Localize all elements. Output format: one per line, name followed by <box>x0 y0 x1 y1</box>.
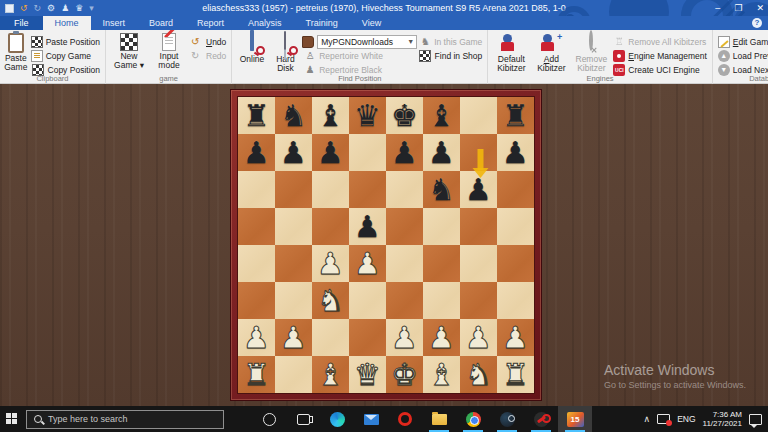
square-f2[interactable]: ♟ <box>423 319 460 356</box>
minimize-button[interactable]: – <box>715 0 720 16</box>
square-g8[interactable] <box>460 97 497 134</box>
square-h7[interactable]: ♟ <box>497 134 534 171</box>
clipboard-icon <box>8 33 24 53</box>
new-game-button[interactable]: New Game ▾ <box>109 32 149 74</box>
square-f3[interactable] <box>423 282 460 319</box>
square-f1[interactable]: ♝ <box>423 356 460 393</box>
white-pawn-piece[interactable]: ♟ <box>349 245 386 282</box>
action-center-icon[interactable] <box>749 414 762 425</box>
chevron-down-icon: ▼ <box>407 38 414 45</box>
square-b8[interactable]: ♞ <box>275 97 312 134</box>
white-bishop-piece[interactable]: ♝ <box>312 356 349 393</box>
square-c5[interactable] <box>312 208 349 245</box>
in-this-game-label: In this Game <box>434 37 482 47</box>
square-d6[interactable] <box>349 171 386 208</box>
app-window: ↺ ↻ ⚙ ♟ ♛ ▾ eliaschess333 (1957) - petre… <box>0 0 768 432</box>
white-queen-piece[interactable]: ♛ <box>349 356 386 393</box>
in-this-game-button[interactable]: ♞ In this Game <box>417 35 484 48</box>
in-game-search-icon: ♞ <box>419 36 431 48</box>
repertoire-white-label: Repertoire White <box>319 51 383 61</box>
square-d5[interactable]: ♟ <box>349 208 386 245</box>
square-a4[interactable] <box>238 245 275 282</box>
system-tray: ∧ ENG 7:36 AM 11/27/2021 <box>644 406 768 432</box>
square-g4[interactable] <box>460 245 497 282</box>
black-pawn-piece[interactable]: ♟ <box>423 134 460 171</box>
chrome-icon <box>466 412 481 427</box>
taskbar: Type here to search 15 ∧ ENG 7:36 AM 11/… <box>0 406 768 432</box>
tab-file[interactable]: File <box>0 16 43 30</box>
square-d1[interactable]: ♛ <box>349 356 386 393</box>
undo-icon: ↺ <box>191 36 203 48</box>
tab-home[interactable]: Home <box>43 16 91 30</box>
file-explorer-button[interactable] <box>422 406 456 432</box>
square-h2[interactable]: ♟ <box>497 319 534 356</box>
page-icon <box>31 50 43 62</box>
remove-all-icon: ♖ <box>613 36 625 48</box>
square-c8[interactable]: ♝ <box>312 97 349 134</box>
chrome-button[interactable] <box>456 406 490 432</box>
square-d8[interactable]: ♛ <box>349 97 386 134</box>
square-f5[interactable] <box>423 208 460 245</box>
tab-insert[interactable]: Insert <box>91 16 138 30</box>
square-b6[interactable] <box>275 171 312 208</box>
square-e8[interactable]: ♚ <box>386 97 423 134</box>
tab-report[interactable]: Report <box>185 16 236 30</box>
square-h1[interactable]: ♜ <box>497 356 534 393</box>
chessbase-15-icon: 15 <box>567 412 584 427</box>
square-f7[interactable]: ♟ <box>423 134 460 171</box>
remove-kibitzer-label: Remove Kibitzer <box>571 55 611 73</box>
edit-pencil-icon <box>718 36 730 48</box>
white-pawn-piece[interactable]: ♟ <box>497 319 534 356</box>
ribbon-group-clipboard: Paste Game Paste Position Copy Game Copy… <box>0 30 106 84</box>
checkerboard-icon <box>120 33 138 51</box>
group-title-game: game <box>106 74 231 83</box>
close-button[interactable]: ✕ <box>756 0 764 16</box>
remove-all-kibitzers-button[interactable]: ♖ Remove All Kibitzers <box>611 35 708 48</box>
undo-label: Undo <box>206 37 226 47</box>
remove-kibitzer-button[interactable]: Remove Kibitzer <box>571 32 611 74</box>
find-in-shop-button[interactable]: Find in Shop <box>417 49 484 62</box>
redo-label: Redo <box>206 51 226 61</box>
tab-board[interactable]: Board <box>137 16 185 30</box>
opera-icon <box>398 412 412 426</box>
chessbase-15-button[interactable]: 15 <box>558 406 592 432</box>
create-uci-label: Create UCI Engine <box>628 65 699 75</box>
white-pawn-piece[interactable]: ♟ <box>238 319 275 356</box>
white-pawn-piece[interactable]: ♟ <box>312 245 349 282</box>
square-g2[interactable]: ♟ <box>460 319 497 356</box>
steam-button[interactable] <box>490 406 524 432</box>
cortana-icon <box>263 413 276 426</box>
square-g5[interactable] <box>460 208 497 245</box>
folder-icon <box>432 414 447 425</box>
add-kibitzer-button[interactable]: + Add Kibitzer <box>531 32 571 74</box>
clock[interactable]: 7:36 AM 11/27/2021 <box>703 410 742 428</box>
black-queen-piece[interactable]: ♛ <box>349 97 386 134</box>
board-squares[interactable]: ♜♞♝♛♚♝♜♟♟♟♟♟♟♞♟♟♟♟♞♟♟♟♟♟♟♜♝♛♚♝♞♜ <box>238 97 534 393</box>
black-bishop-piece[interactable]: ♝ <box>312 97 349 134</box>
board-background: ♜♞♝♛♚♝♜♟♟♟♟♟♟♞♟♟♟♟♞♟♟♟♟♟♟♜♝♛♚♝♞♜ Activat… <box>0 84 768 406</box>
chess-board[interactable]: ♜♞♝♛♚♝♜♟♟♟♟♟♟♞♟♟♟♟♞♟♟♟♟♟♟♜♝♛♚♝♞♜ <box>230 89 542 401</box>
group-title-engines: Engines <box>488 74 711 83</box>
watermark-line1: Activate Windows <box>604 362 746 378</box>
task-view-icon <box>297 414 310 425</box>
new-game-label: New Game ▾ <box>109 52 149 70</box>
activate-windows-watermark: Activate Windows Go to Settings to activ… <box>604 362 746 390</box>
square-d4[interactable]: ♟ <box>349 245 386 282</box>
language-indicator[interactable]: ENG <box>677 414 695 424</box>
load-next-label: Load Next Game <box>733 65 768 75</box>
black-knight-piece[interactable]: ♞ <box>423 171 460 208</box>
square-e1[interactable]: ♚ <box>386 356 423 393</box>
square-f4[interactable] <box>423 245 460 282</box>
square-a6[interactable] <box>238 171 275 208</box>
edit-game-data-label: Edit Game Data <box>733 37 768 47</box>
load-previous-label: Load Previous Game <box>733 51 768 61</box>
white-knight-piece[interactable]: ♞ <box>460 356 497 393</box>
square-c7[interactable]: ♟ <box>312 134 349 171</box>
watermark-line2: Go to Settings to activate Windows. <box>604 380 746 390</box>
find-in-shop-label: Find in Shop <box>435 51 483 61</box>
black-pawn-piece[interactable]: ♟ <box>460 171 497 208</box>
window-controls: – ❐ ✕ <box>715 0 764 16</box>
redo-button[interactable]: ↻ Redo <box>189 49 228 62</box>
previous-arrow-icon: ▲ <box>718 50 730 62</box>
ribbon-group-database: Edit Game Data ▲ Load Previous Game ▼ Lo… <box>713 30 768 84</box>
square-a2[interactable]: ♟ <box>238 319 275 356</box>
black-rook-piece[interactable]: ♜ <box>497 97 534 134</box>
add-kibitzer-icon: + <box>539 32 563 54</box>
group-title-clipboard: Clipboard <box>0 74 105 83</box>
square-h8[interactable]: ♜ <box>497 97 534 134</box>
black-pawn-piece[interactable]: ♟ <box>497 134 534 171</box>
square-b2[interactable]: ♟ <box>275 319 312 356</box>
undo-button[interactable]: ↺ Undo <box>189 35 228 48</box>
white-pawn-piece[interactable]: ♟ <box>275 319 312 356</box>
square-d7[interactable] <box>349 134 386 171</box>
square-a8[interactable]: ♜ <box>238 97 275 134</box>
white-pawn-piece[interactable]: ♟ <box>386 319 423 356</box>
input-mode-button[interactable]: Input mode <box>149 32 189 74</box>
square-d2[interactable] <box>349 319 386 356</box>
remove-all-label: Remove All Kibitzers <box>628 37 706 47</box>
white-pawn-piece[interactable]: ♟ <box>423 319 460 356</box>
white-rook-piece[interactable]: ♜ <box>238 356 275 393</box>
input-mode-label: Input mode <box>149 52 189 70</box>
cortana-button[interactable] <box>252 406 286 432</box>
online-button[interactable]: Online <box>235 32 268 74</box>
group-title-database: Database <box>713 74 768 83</box>
reference-db-combo[interactable]: MyPGNDownloads▼ <box>302 35 417 48</box>
square-g6[interactable]: ♟ <box>460 171 497 208</box>
black-pawn-piece[interactable]: ♟ <box>312 134 349 171</box>
square-a5[interactable] <box>238 208 275 245</box>
white-bishop-piece[interactable]: ♝ <box>423 356 460 393</box>
edit-game-data-button[interactable]: Edit Game Data <box>716 35 768 48</box>
black-pawn-piece[interactable]: ♟ <box>238 134 275 171</box>
black-pawn-piece[interactable]: ♟ <box>349 208 386 245</box>
ribbon: Paste Game Paste Position Copy Game Copy… <box>0 30 768 84</box>
square-c2[interactable] <box>312 319 349 356</box>
tab-training[interactable]: Training <box>294 16 350 30</box>
square-c6[interactable] <box>312 171 349 208</box>
square-h3[interactable] <box>497 282 534 319</box>
title-bar: ↺ ↻ ⚙ ♟ ♛ ▾ eliaschess333 (1957) - petre… <box>0 0 768 16</box>
key-app-icon <box>534 412 549 427</box>
taskbar-apps: 15 <box>252 406 592 432</box>
square-e4[interactable] <box>386 245 423 282</box>
copy-game-label: Copy Game <box>46 51 91 61</box>
key-app-button[interactable] <box>524 406 558 432</box>
paste-game-button[interactable]: Paste Game <box>3 32 29 74</box>
square-a1[interactable]: ♜ <box>238 356 275 393</box>
square-e3[interactable] <box>386 282 423 319</box>
black-knight-piece[interactable]: ♞ <box>275 97 312 134</box>
default-kibitzer-button[interactable]: Default Kibitzer <box>491 32 531 74</box>
copy-game-button[interactable]: Copy Game <box>29 49 102 62</box>
repertoire-white-button[interactable]: ♙ Repertoire White <box>302 49 417 62</box>
edge-button[interactable] <box>320 406 354 432</box>
square-d3[interactable] <box>349 282 386 319</box>
shop-board-icon <box>419 50 431 62</box>
hard-disk-label: Hard Disk <box>269 55 302 73</box>
tab-analysis[interactable]: Analysis <box>236 16 294 30</box>
black-king-piece[interactable]: ♚ <box>386 97 423 134</box>
tray-date: 11/27/2021 <box>703 419 742 428</box>
board-icon <box>31 36 43 48</box>
paste-game-label: Paste Game <box>3 54 29 72</box>
square-h6[interactable] <box>497 171 534 208</box>
opera-button[interactable] <box>388 406 422 432</box>
square-e7[interactable]: ♟ <box>386 134 423 171</box>
black-pawn-piece[interactable]: ♟ <box>275 134 312 171</box>
help-icon[interactable]: ? <box>752 18 762 28</box>
steam-icon <box>500 412 515 427</box>
square-g3[interactable] <box>460 282 497 319</box>
maximize-button[interactable]: ❐ <box>734 0 742 16</box>
add-kibitzer-label: Add Kibitzer <box>531 55 571 73</box>
square-g7[interactable] <box>460 134 497 171</box>
search-icon <box>34 415 42 423</box>
black-pawn-piece[interactable]: ♟ <box>386 134 423 171</box>
white-king-piece[interactable]: ♚ <box>386 356 423 393</box>
square-b5[interactable] <box>275 208 312 245</box>
pencil-page-icon <box>162 33 176 51</box>
square-f8[interactable]: ♝ <box>423 97 460 134</box>
ribbon-tab-row: File Home Insert Board Report Analysis T… <box>0 16 768 30</box>
white-rook-piece[interactable]: ♜ <box>497 356 534 393</box>
search-placeholder: Type here to search <box>48 414 128 424</box>
chevron-down-icon: ▾ <box>140 60 144 70</box>
white-knight-piece[interactable]: ♞ <box>312 282 349 319</box>
tab-view[interactable]: View <box>350 16 393 30</box>
paste-position-button[interactable]: Paste Position <box>29 35 102 48</box>
default-kibitzer-icon <box>499 32 523 54</box>
black-bishop-piece[interactable]: ♝ <box>423 97 460 134</box>
mail-icon <box>364 414 379 425</box>
square-c4[interactable]: ♟ <box>312 245 349 282</box>
white-pawn-piece[interactable]: ♟ <box>460 319 497 356</box>
square-b1[interactable] <box>275 356 312 393</box>
square-e6[interactable] <box>386 171 423 208</box>
tray-chevron-icon[interactable]: ∧ <box>644 414 651 424</box>
copy-position-label: Copy Position <box>48 65 100 75</box>
paste-position-label: Paste Position <box>46 37 100 47</box>
online-search-icon <box>240 32 264 54</box>
online-label: Online <box>240 55 265 64</box>
ribbon-group-engines: Default Kibitzer + Add Kibitzer Remove K… <box>488 30 712 84</box>
remove-kibitzer-icon <box>579 32 603 54</box>
tray-screen-icon[interactable] <box>657 414 670 424</box>
redo-icon: ↻ <box>191 50 203 62</box>
engine-management-label: Engine Management <box>628 51 706 61</box>
windows-logo-icon <box>6 413 18 425</box>
ribbon-group-game: New Game ▾ Input mode ↺ Undo ↻ Redo game <box>106 30 232 84</box>
square-h5[interactable] <box>497 208 534 245</box>
white-repertoire-icon: ♙ <box>304 50 316 62</box>
disk-search-icon <box>273 32 297 54</box>
square-g1[interactable]: ♞ <box>460 356 497 393</box>
square-a7[interactable]: ♟ <box>238 134 275 171</box>
engine-management-icon <box>613 50 625 62</box>
load-previous-game-button[interactable]: ▲ Load Previous Game <box>716 49 768 62</box>
repertoire-black-label: Repertoire Black <box>319 65 382 75</box>
square-a3[interactable] <box>238 282 275 319</box>
square-b4[interactable] <box>275 245 312 282</box>
square-c1[interactable]: ♝ <box>312 356 349 393</box>
square-b3[interactable] <box>275 282 312 319</box>
hard-disk-button[interactable]: Hard Disk <box>269 32 302 74</box>
task-view-button[interactable] <box>286 406 320 432</box>
mail-button[interactable] <box>354 406 388 432</box>
combo-value: MyPGNDownloads <box>321 37 393 47</box>
ribbon-group-find-position: Online Hard Disk MyPGNDownloads▼ ♙ Reper… <box>232 30 488 84</box>
search-input[interactable]: Type here to search <box>26 410 224 429</box>
engine-management-button[interactable]: Engine Management <box>611 49 708 62</box>
edge-icon <box>330 412 345 427</box>
square-b7[interactable]: ♟ <box>275 134 312 171</box>
start-button[interactable] <box>0 406 24 432</box>
book-icon <box>302 36 314 48</box>
group-title-find-position: Find Position <box>232 74 487 83</box>
square-e2[interactable]: ♟ <box>386 319 423 356</box>
default-kibitzer-label: Default Kibitzer <box>491 55 531 73</box>
tray-time: 7:36 AM <box>713 410 742 419</box>
black-rook-piece[interactable]: ♜ <box>238 97 275 134</box>
square-h4[interactable] <box>497 245 534 282</box>
square-e5[interactable] <box>386 208 423 245</box>
square-c3[interactable]: ♞ <box>312 282 349 319</box>
square-f6[interactable]: ♞ <box>423 171 460 208</box>
